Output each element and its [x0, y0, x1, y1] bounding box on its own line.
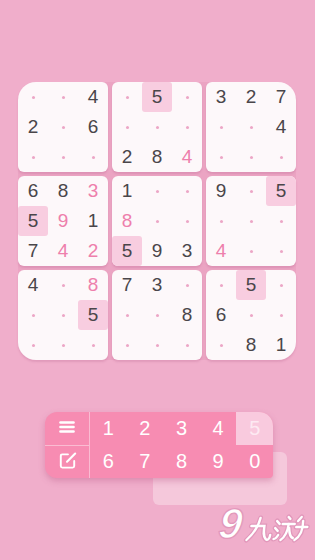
empty-cell-dot [156, 190, 159, 193]
jiuyou-text: 九游 [242, 512, 313, 546]
empty-cell-dot [156, 314, 159, 317]
cell-digit: 6 [28, 180, 39, 202]
cell-digit: 4 [182, 146, 193, 168]
empty-cell-dot [32, 314, 35, 317]
cell-r5c1[interactable]: 5 [18, 206, 48, 236]
cell-r1c1[interactable] [18, 82, 48, 112]
cell-r6c1[interactable]: 7 [18, 236, 48, 266]
cell-r8c7[interactable]: 6 [206, 300, 236, 330]
empty-cell-dot [250, 126, 253, 129]
cell-r4c1[interactable]: 6 [18, 176, 48, 206]
empty-cell-dot [156, 126, 159, 129]
empty-cell-dot [186, 284, 189, 287]
cell-r9c6[interactable] [172, 330, 202, 360]
cell-r5c5[interactable] [142, 206, 172, 236]
cell-r6c4[interactable]: 5 [112, 236, 142, 266]
empty-cell-dot [186, 344, 189, 347]
cell-digit: 5 [122, 240, 133, 262]
block-3-3: 5681 [206, 270, 296, 360]
cell-r3c8[interactable] [236, 142, 266, 172]
key-0[interactable]: 0 [236, 445, 273, 478]
empty-cell-dot [220, 220, 223, 223]
cell-r8c9[interactable] [266, 300, 296, 330]
cell-r3c4[interactable]: 2 [112, 142, 142, 172]
cell-r4c3[interactable]: 3 [78, 176, 108, 206]
empty-cell-dot [32, 96, 35, 99]
cell-r5c8[interactable] [236, 206, 266, 236]
jiuyou-watermark: 9 九游 [219, 500, 310, 548]
block-1-3: 3274 [206, 82, 296, 172]
cell-digit: 5 [28, 210, 39, 232]
cell-digit: 3 [88, 180, 99, 202]
hamburger-menu-icon [55, 415, 79, 442]
cell-r9c8[interactable]: 8 [236, 330, 266, 360]
empty-cell-dot [220, 344, 223, 347]
cell-r8c2[interactable] [48, 300, 78, 330]
cell-digit: 3 [216, 86, 227, 108]
cell-r1c5[interactable]: 5 [142, 82, 172, 112]
pad-icon-column [45, 412, 90, 478]
empty-cell-dot [92, 344, 95, 347]
cell-digit: 4 [58, 240, 69, 262]
cell-r2c5[interactable] [142, 112, 172, 142]
block-1-2: 5284 [112, 82, 202, 172]
empty-cell-dot [62, 126, 65, 129]
cell-r2c7[interactable] [206, 112, 236, 142]
empty-cell-dot [126, 344, 129, 347]
cell-r1c4[interactable] [112, 82, 142, 112]
empty-cell-dot [280, 314, 283, 317]
key-5[interactable]: 5 [236, 412, 273, 445]
cell-digit: 8 [246, 334, 257, 356]
cell-digit: 9 [58, 210, 69, 232]
cell-r9c7[interactable] [206, 330, 236, 360]
cell-r9c1[interactable] [18, 330, 48, 360]
cell-r1c2[interactable] [48, 82, 78, 112]
empty-cell-dot [32, 344, 35, 347]
cell-digit: 9 [216, 180, 227, 202]
cell-r1c7[interactable]: 3 [206, 82, 236, 112]
cell-r6c6[interactable]: 3 [172, 236, 202, 266]
cell-r4c8[interactable] [236, 176, 266, 206]
cell-r3c3[interactable] [78, 142, 108, 172]
empty-cell-dot [156, 344, 159, 347]
cell-r3c5[interactable]: 8 [142, 142, 172, 172]
cell-digit: 6 [88, 116, 99, 138]
empty-cell-dot [156, 220, 159, 223]
cell-r2c2[interactable] [48, 112, 78, 142]
jiuyou-logo-icon: 9 [216, 500, 244, 548]
cell-r8c5[interactable] [142, 300, 172, 330]
cell-r6c3[interactable]: 2 [78, 236, 108, 266]
cell-r7c1[interactable]: 4 [18, 270, 48, 300]
empty-cell-dot [220, 126, 223, 129]
empty-cell-dot [250, 314, 253, 317]
empty-cell-dot [280, 284, 283, 287]
key-4[interactable]: 4 [200, 412, 237, 445]
empty-cell-dot [220, 156, 223, 159]
cell-r6c9[interactable] [266, 236, 296, 266]
cell-digit: 5 [152, 86, 163, 108]
key-8[interactable]: 8 [163, 445, 200, 478]
cell-digit: 4 [28, 274, 39, 296]
cell-digit: 4 [216, 240, 227, 262]
key-1[interactable]: 1 [90, 412, 127, 445]
cell-r1c8[interactable]: 2 [236, 82, 266, 112]
cell-r6c8[interactable] [236, 236, 266, 266]
block-2-2: 18593 [112, 176, 202, 266]
number-keys: 1234567890 [90, 412, 273, 478]
cell-digit: 8 [88, 274, 99, 296]
cell-digit: 7 [122, 274, 133, 296]
key-3[interactable]: 3 [163, 412, 200, 445]
empty-cell-dot [220, 284, 223, 287]
cell-r3c6[interactable]: 4 [172, 142, 202, 172]
cell-digit: 9 [152, 240, 163, 262]
cell-r9c4[interactable] [112, 330, 142, 360]
pencil-edit-icon [56, 449, 79, 475]
cell-r8c6[interactable]: 8 [172, 300, 202, 330]
cell-digit: 3 [182, 240, 193, 262]
key-2[interactable]: 2 [127, 412, 164, 445]
cell-r2c4[interactable] [112, 112, 142, 142]
cell-digit: 4 [88, 86, 99, 108]
cell-r8c1[interactable] [18, 300, 48, 330]
cell-r4c5[interactable] [142, 176, 172, 206]
cell-digit: 8 [122, 210, 133, 232]
empty-cell-dot [126, 126, 129, 129]
cell-r6c2[interactable]: 4 [48, 236, 78, 266]
block-2-3: 954 [206, 176, 296, 266]
cell-r2c3[interactable]: 6 [78, 112, 108, 142]
cell-digit: 3 [152, 274, 163, 296]
cell-r7c9[interactable] [266, 270, 296, 300]
cell-r7c5[interactable]: 3 [142, 270, 172, 300]
empty-cell-dot [186, 96, 189, 99]
empty-cell-dot [280, 156, 283, 159]
cell-r8c4[interactable] [112, 300, 142, 330]
sudoku-board: 42652843274683591742185939544857385681 [18, 82, 296, 360]
block-1-1: 426 [18, 82, 108, 172]
sudoku-screen: { "game": "sudoku", "position": "0040503… [0, 0, 315, 560]
cell-r4c2[interactable]: 8 [48, 176, 78, 206]
cell-r7c7[interactable] [206, 270, 236, 300]
cell-digit: 1 [88, 210, 99, 232]
cell-digit: 1 [276, 334, 287, 356]
cell-r4c7[interactable]: 9 [206, 176, 236, 206]
empty-cell-dot [32, 156, 35, 159]
cell-r9c2[interactable] [48, 330, 78, 360]
empty-cell-dot [126, 314, 129, 317]
cell-r6c5[interactable]: 9 [142, 236, 172, 266]
empty-cell-dot [92, 156, 95, 159]
empty-cell-dot [62, 314, 65, 317]
cell-r5c6[interactable] [172, 206, 202, 236]
empty-cell-dot [62, 284, 65, 287]
cell-r3c1[interactable] [18, 142, 48, 172]
menu-button[interactable] [45, 412, 89, 446]
empty-cell-dot [62, 344, 65, 347]
cell-r3c2[interactable] [48, 142, 78, 172]
cell-r4c4[interactable]: 1 [112, 176, 142, 206]
cell-r5c2[interactable]: 9 [48, 206, 78, 236]
cell-r1c9[interactable]: 7 [266, 82, 296, 112]
cell-r2c8[interactable] [236, 112, 266, 142]
cell-digit: 5 [88, 304, 99, 326]
cell-r6c7[interactable]: 4 [206, 236, 236, 266]
cell-r7c8[interactable]: 5 [236, 270, 266, 300]
cell-digit: 7 [28, 240, 39, 262]
cell-r1c3[interactable]: 4 [78, 82, 108, 112]
empty-cell-dot [186, 220, 189, 223]
cell-digit: 5 [276, 180, 287, 202]
empty-cell-dot [250, 250, 253, 253]
cell-r4c6[interactable] [172, 176, 202, 206]
cell-r5c7[interactable] [206, 206, 236, 236]
cell-digit: 2 [246, 86, 257, 108]
empty-cell-dot [280, 250, 283, 253]
cell-r2c1[interactable]: 2 [18, 112, 48, 142]
cell-digit: 4 [276, 116, 287, 138]
empty-cell-dot [280, 220, 283, 223]
cell-r8c8[interactable] [236, 300, 266, 330]
empty-cell-dot [250, 156, 253, 159]
cell-r9c9[interactable]: 1 [266, 330, 296, 360]
cell-r8c3[interactable]: 5 [78, 300, 108, 330]
cell-digit: 8 [58, 180, 69, 202]
cell-digit: 8 [182, 304, 193, 326]
cell-r5c3[interactable]: 1 [78, 206, 108, 236]
empty-cell-dot [250, 220, 253, 223]
cell-r2c6[interactable] [172, 112, 202, 142]
empty-cell-dot [62, 156, 65, 159]
cell-digit: 8 [152, 146, 163, 168]
empty-cell-dot [62, 96, 65, 99]
key-7[interactable]: 7 [127, 445, 164, 478]
cell-digit: 7 [276, 86, 287, 108]
key-9[interactable]: 9 [200, 445, 237, 478]
block-2-1: 683591742 [18, 176, 108, 266]
cell-r9c3[interactable] [78, 330, 108, 360]
cell-r5c9[interactable] [266, 206, 296, 236]
empty-cell-dot [186, 126, 189, 129]
cell-digit: 2 [88, 240, 99, 262]
cell-r7c3[interactable]: 8 [78, 270, 108, 300]
cell-r5c4[interactable]: 8 [112, 206, 142, 236]
cell-digit: 2 [28, 116, 39, 138]
cell-r7c6[interactable] [172, 270, 202, 300]
cell-r7c2[interactable] [48, 270, 78, 300]
block-3-1: 485 [18, 270, 108, 360]
cell-r4c9[interactable]: 5 [266, 176, 296, 206]
empty-cell-dot [250, 190, 253, 193]
cell-digit: 6 [216, 304, 227, 326]
notes-button[interactable] [45, 446, 89, 479]
empty-cell-dot [126, 96, 129, 99]
number-pad: 1234567890 [45, 412, 273, 478]
cell-r3c9[interactable] [266, 142, 296, 172]
key-6[interactable]: 6 [90, 445, 127, 478]
block-3-2: 738 [112, 270, 202, 360]
cell-r7c4[interactable]: 7 [112, 270, 142, 300]
cell-digit: 1 [122, 180, 133, 202]
cell-digit: 2 [122, 146, 133, 168]
cell-digit: 5 [246, 274, 257, 296]
cell-r1c6[interactable] [172, 82, 202, 112]
cell-r2c9[interactable]: 4 [266, 112, 296, 142]
cell-r3c7[interactable] [206, 142, 236, 172]
cell-r9c5[interactable] [142, 330, 172, 360]
empty-cell-dot [186, 190, 189, 193]
